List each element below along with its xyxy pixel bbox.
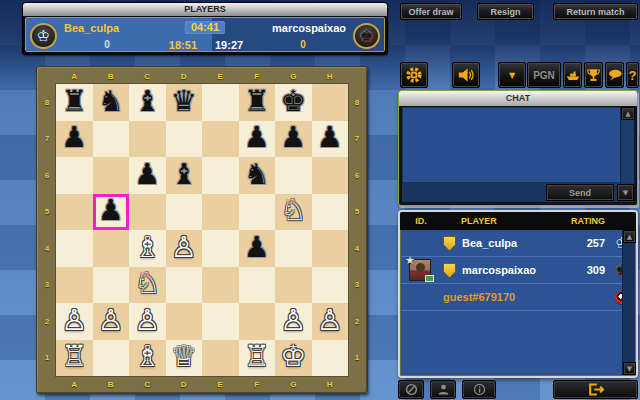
rating-table-body: Bea_culpa 257 ♔ ★ marcospaixao 309 ♚ gue… [400, 230, 636, 376]
trophy-icon [586, 68, 601, 83]
coordinate-label: C [129, 69, 166, 83]
chat-title: CHAT [399, 91, 637, 106]
square-d7[interactable] [166, 121, 203, 158]
black-pawn: ♟ [134, 160, 160, 189]
square-f3[interactable] [239, 267, 276, 304]
players-panel: PLAYERS ♔ Bea_culpa 0 04:41 18:51 19:27 … [22, 2, 388, 55]
square-f1[interactable]: ♖ [239, 340, 276, 377]
player-name: Bea_culpa [462, 237, 517, 249]
rank-labels-right: 87654321 [349, 84, 365, 376]
coordinate-label: F [239, 69, 276, 83]
black-king: ♚ [280, 87, 306, 116]
white-pawn: ♙ [61, 306, 87, 335]
black-clock: 19:27 [215, 39, 243, 51]
square-c1[interactable]: ♗ [129, 340, 166, 377]
square-h1[interactable] [312, 340, 349, 377]
square-h8[interactable] [312, 84, 349, 121]
white-knight: ♘ [134, 269, 160, 298]
coordinate-label: 8 [349, 84, 365, 121]
square-b8[interactable]: ♞ [93, 84, 130, 121]
id-column-header: ID. [400, 216, 442, 226]
coordinate-label: C [129, 377, 166, 391]
square-c5[interactable] [129, 194, 166, 231]
black-player-name: marcospaixao [272, 22, 346, 34]
arrow-down-icon: ▼ [623, 189, 628, 197]
square-f7[interactable]: ♟ [239, 121, 276, 158]
return-match-button[interactable]: Return match [553, 3, 638, 20]
square-e5[interactable] [202, 194, 239, 231]
resign-button[interactable]: Resign [477, 3, 534, 20]
shield-icon [443, 263, 456, 278]
chat-scrollbar[interactable]: ▲ [620, 107, 634, 183]
square-d2[interactable] [166, 303, 203, 340]
player-name: guest#679170 [443, 291, 515, 303]
square-g6[interactable] [275, 157, 312, 194]
square-c8[interactable]: ♝ [129, 84, 166, 121]
gear-icon [405, 66, 423, 84]
coordinate-label: 3 [39, 267, 55, 304]
table-row[interactable]: guest#679170 [401, 284, 635, 311]
rating-scrollbar[interactable]: ▲ ▼ [622, 230, 635, 375]
coordinate-label: 5 [39, 194, 55, 231]
square-d5[interactable] [166, 194, 203, 231]
chat-messages-area[interactable] [402, 107, 634, 183]
chat-scroll-up-button[interactable]: ▲ [621, 107, 635, 120]
white-pawn: ♙ [171, 233, 197, 262]
square-h6[interactable] [312, 157, 349, 194]
black-player-score: 0 [260, 39, 346, 50]
square-h7[interactable]: ♟ [312, 121, 349, 158]
block-icon [405, 383, 418, 396]
player-column-header: PLAYER [442, 216, 554, 226]
rating-table-header: ID. PLAYER RATING [400, 212, 636, 230]
square-a8[interactable]: ♜ [56, 84, 93, 121]
exit-button[interactable] [553, 380, 638, 399]
white-pawn: ♙ [317, 306, 343, 335]
coordinate-label: D [166, 377, 203, 391]
arrow-up-icon: ▲ [627, 233, 632, 241]
speech-bubble-icon [607, 68, 623, 82]
info-icon [473, 383, 486, 396]
square-c2[interactable]: ♙ [129, 303, 166, 340]
white-rook: ♖ [244, 342, 270, 371]
coordinate-label: 2 [349, 303, 365, 340]
coordinate-label: 4 [39, 230, 55, 267]
coordinate-label: E [202, 377, 239, 391]
help-button[interactable]: ? [626, 62, 639, 88]
square-e1[interactable] [202, 340, 239, 377]
black-player-icon: ♚ [353, 23, 380, 49]
square-a1[interactable]: ♖ [56, 340, 93, 377]
person-icon [437, 383, 450, 396]
square-f2[interactable] [239, 303, 276, 340]
chat-input-row: Send ▼ [402, 183, 634, 202]
table-row[interactable]: Bea_culpa 257 ♔ [401, 230, 635, 257]
square-a2[interactable]: ♙ [56, 303, 93, 340]
white-king: ♔ [280, 342, 306, 371]
square-d8[interactable]: ♛ [166, 84, 203, 121]
square-h5[interactable] [312, 194, 349, 231]
rank-labels-left: 87654321 [39, 84, 55, 376]
coordinate-label: A [56, 377, 93, 391]
chess-board: ABCDEFGH ABCDEFGH 87654321 87654321 ♜♞♝♛… [36, 66, 368, 394]
white-bishop: ♗ [134, 342, 160, 371]
shield-icon [443, 236, 456, 251]
black-knight: ♞ [244, 160, 270, 189]
black-pawn: ♟ [280, 123, 306, 152]
coordinate-label: 1 [39, 340, 55, 377]
white-pawn: ♙ [134, 306, 160, 335]
black-pawn: ♟ [98, 196, 124, 225]
block-player-button[interactable] [398, 380, 424, 399]
square-f5[interactable] [239, 194, 276, 231]
black-pawn: ♟ [244, 123, 270, 152]
star-icon: ★ [405, 254, 415, 267]
player-name: marcospaixao [462, 264, 536, 276]
coordinate-label: G [275, 69, 312, 83]
exit-icon [586, 382, 606, 397]
black-knight: ♞ [98, 87, 124, 116]
coordinate-label: A [56, 69, 93, 83]
coordinate-label: 1 [349, 340, 365, 377]
sound-button[interactable] [452, 62, 480, 88]
chevron-down-icon: ▼ [509, 71, 515, 80]
square-h2[interactable]: ♙ [312, 303, 349, 340]
coordinate-label: 6 [349, 157, 365, 194]
square-f6[interactable]: ♞ [239, 157, 276, 194]
player-rating: 257 [567, 237, 609, 249]
square-g1[interactable]: ♔ [275, 340, 312, 377]
white-bishop: ♗ [134, 233, 160, 262]
games-button[interactable] [563, 62, 582, 88]
square-b1[interactable] [93, 340, 130, 377]
square-a3[interactable] [56, 267, 93, 304]
player-rating: 309 [567, 264, 609, 276]
arrow-down-icon: ▼ [627, 365, 632, 373]
coordinate-label: G [275, 377, 312, 391]
black-rook: ♜ [244, 87, 270, 116]
coordinate-label: 7 [39, 121, 55, 158]
square-b6[interactable] [93, 157, 130, 194]
speaker-icon [457, 67, 475, 83]
square-e8[interactable] [202, 84, 239, 121]
square-h4[interactable] [312, 230, 349, 267]
coordinate-label: B [93, 377, 130, 391]
coordinate-label: E [202, 69, 239, 83]
black-pawn: ♟ [317, 123, 343, 152]
rating-scroll-down-button[interactable]: ▼ [623, 362, 636, 375]
coordinate-label: 8 [39, 84, 55, 121]
coordinate-label: 6 [39, 157, 55, 194]
arrow-up-icon: ▲ [625, 110, 630, 118]
square-c6[interactable]: ♟ [129, 157, 166, 194]
square-b2[interactable]: ♙ [93, 303, 130, 340]
square-c3[interactable]: ♘ [129, 267, 166, 304]
coordinate-label: F [239, 377, 276, 391]
ship-icon [565, 68, 581, 82]
send-button[interactable]: Send [546, 184, 614, 201]
square-f8[interactable]: ♜ [239, 84, 276, 121]
chat-toggle-button[interactable] [605, 62, 624, 88]
players-panel-title: PLAYERS [23, 3, 387, 16]
white-player-name: Bea_culpa [64, 22, 119, 34]
coordinate-label: 7 [349, 121, 365, 158]
info-button[interactable] [462, 380, 496, 399]
players-panel-body: ♔ Bea_culpa 0 04:41 18:51 19:27 marcospa… [25, 17, 385, 52]
move-timer: 04:41 [185, 21, 225, 34]
pgn-button[interactable]: PGN [527, 62, 561, 88]
square-g3[interactable] [275, 267, 312, 304]
square-a6[interactable] [56, 157, 93, 194]
chat-panel: CHAT ▲ Send ▼ [398, 90, 638, 206]
square-c7[interactable] [129, 121, 166, 158]
square-a7[interactable]: ♟ [56, 121, 93, 158]
rating-scroll-up-button[interactable]: ▲ [623, 230, 636, 243]
square-e3[interactable] [202, 267, 239, 304]
coordinate-label: H [312, 377, 349, 391]
status-badge [425, 275, 434, 282]
square-c4[interactable]: ♗ [129, 230, 166, 267]
white-knight: ♘ [280, 196, 306, 225]
coordinate-label: 4 [349, 230, 365, 267]
offer-draw-button[interactable]: Offer draw [400, 3, 462, 20]
square-g5[interactable]: ♘ [275, 194, 312, 231]
square-g8[interactable]: ♚ [275, 84, 312, 121]
white-clock: 18:51 [169, 39, 197, 51]
coordinate-label: D [166, 69, 203, 83]
player-profile-button[interactable] [430, 380, 456, 399]
player-rating-panel: ID. PLAYER RATING Bea_culpa 257 ♔ ★ marc… [398, 210, 638, 378]
square-d1[interactable]: ♕ [166, 340, 203, 377]
board-squares: ♜♞♝♛♜♚♟♟♟♟♟♝♞♟♘♗♙♟♘♙♙♙♙♙♖♗♕♖♔ [56, 84, 348, 376]
white-queen: ♕ [171, 342, 197, 371]
black-pawn: ♟ [244, 233, 270, 262]
black-rook: ♜ [61, 87, 87, 116]
coordinate-label: 2 [39, 303, 55, 340]
black-queen: ♛ [171, 87, 197, 116]
white-player-score: 0 [64, 39, 150, 50]
square-d6[interactable]: ♝ [166, 157, 203, 194]
coordinate-label: 5 [349, 194, 365, 231]
avatar: ★ [409, 259, 431, 281]
square-g7[interactable]: ♟ [275, 121, 312, 158]
file-labels-bottom: ABCDEFGH [56, 377, 348, 391]
white-pawn: ♙ [280, 306, 306, 335]
square-f4[interactable]: ♟ [239, 230, 276, 267]
square-a4[interactable] [56, 230, 93, 267]
square-b7[interactable] [93, 121, 130, 158]
square-g4[interactable] [275, 230, 312, 267]
square-h3[interactable] [312, 267, 349, 304]
rating-column-header: RATING [554, 216, 622, 226]
white-pawn: ♙ [98, 306, 124, 335]
coordinate-label: 3 [349, 267, 365, 304]
white-rook: ♖ [61, 342, 87, 371]
square-a5[interactable] [56, 194, 93, 231]
black-bishop: ♝ [134, 87, 160, 116]
black-pawn: ♟ [61, 123, 87, 152]
coordinate-label: B [93, 69, 130, 83]
moves-dropdown-button[interactable]: ▼ [498, 62, 526, 88]
table-row[interactable]: ★ marcospaixao 309 ♚ [401, 257, 635, 284]
black-bishop: ♝ [171, 160, 197, 189]
coordinate-label: H [312, 69, 349, 83]
square-b4[interactable] [93, 230, 130, 267]
tournament-button[interactable] [584, 62, 603, 88]
square-d4[interactable]: ♙ [166, 230, 203, 267]
square-b3[interactable] [93, 267, 130, 304]
file-labels-top: ABCDEFGH [56, 69, 348, 83]
square-e2[interactable] [202, 303, 239, 340]
chat-send-options-button[interactable]: ▼ [617, 184, 634, 201]
settings-button[interactable] [400, 62, 428, 88]
square-e7[interactable] [202, 121, 239, 158]
square-b5[interactable]: ♟ [93, 194, 130, 231]
square-e4[interactable] [202, 230, 239, 267]
white-player-icon: ♔ [30, 23, 57, 49]
square-g2[interactable]: ♙ [275, 303, 312, 340]
square-e6[interactable] [202, 157, 239, 194]
square-d3[interactable] [166, 267, 203, 304]
